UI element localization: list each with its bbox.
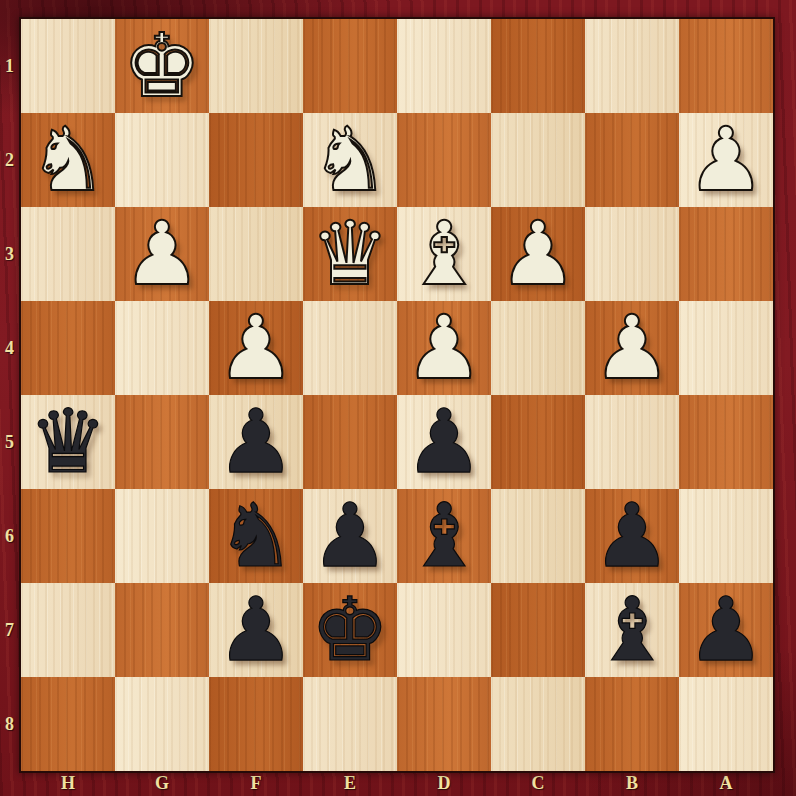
square-h1[interactable]: [21, 19, 115, 113]
square-a4[interactable]: [679, 301, 773, 395]
white-pawn-c3[interactable]: ♟: [491, 207, 585, 301]
square-f5[interactable]: ♟: [209, 395, 303, 489]
square-c1[interactable]: [491, 19, 585, 113]
black-bishop-b7[interactable]: ♝: [585, 583, 679, 677]
square-d3[interactable]: ♝: [397, 207, 491, 301]
square-d7[interactable]: [397, 583, 491, 677]
square-e7[interactable]: ♚: [303, 583, 397, 677]
square-e2[interactable]: ♞: [303, 113, 397, 207]
file-label-b: B: [626, 773, 638, 794]
rank-label-8: 8: [5, 714, 14, 735]
square-b4[interactable]: ♟: [585, 301, 679, 395]
square-b3[interactable]: [585, 207, 679, 301]
square-g6[interactable]: [115, 489, 209, 583]
square-a3[interactable]: [679, 207, 773, 301]
black-pawn-f5[interactable]: ♟: [209, 395, 303, 489]
square-g2[interactable]: [115, 113, 209, 207]
rank-label-4: 4: [5, 338, 14, 359]
square-c7[interactable]: [491, 583, 585, 677]
file-label-h: H: [61, 773, 75, 794]
square-f3[interactable]: [209, 207, 303, 301]
black-queen-h5[interactable]: ♛: [21, 395, 115, 489]
square-h7[interactable]: [21, 583, 115, 677]
square-f1[interactable]: [209, 19, 303, 113]
square-g1[interactable]: ♚: [115, 19, 209, 113]
rank-label-2: 2: [5, 150, 14, 171]
black-king-e7[interactable]: ♚: [303, 583, 397, 677]
white-queen-e3[interactable]: ♛: [303, 207, 397, 301]
rank-label-1: 1: [5, 56, 14, 77]
square-b6[interactable]: ♟: [585, 489, 679, 583]
square-a8[interactable]: [679, 677, 773, 771]
square-b5[interactable]: [585, 395, 679, 489]
square-e6[interactable]: ♟: [303, 489, 397, 583]
square-a5[interactable]: [679, 395, 773, 489]
square-e4[interactable]: [303, 301, 397, 395]
square-f6[interactable]: ♞: [209, 489, 303, 583]
square-b7[interactable]: ♝: [585, 583, 679, 677]
square-a1[interactable]: [679, 19, 773, 113]
square-c5[interactable]: [491, 395, 585, 489]
square-d2[interactable]: [397, 113, 491, 207]
square-h8[interactable]: [21, 677, 115, 771]
square-a7[interactable]: ♟: [679, 583, 773, 677]
rank-label-5: 5: [5, 432, 14, 453]
black-pawn-d5[interactable]: ♟: [397, 395, 491, 489]
square-f2[interactable]: [209, 113, 303, 207]
white-knight-h2[interactable]: ♞: [21, 113, 115, 207]
square-h5[interactable]: ♛: [21, 395, 115, 489]
rank-label-6: 6: [5, 526, 14, 547]
white-pawn-a2[interactable]: ♟: [679, 113, 773, 207]
file-label-d: D: [438, 773, 451, 794]
black-pawn-a7[interactable]: ♟: [679, 583, 773, 677]
square-d4[interactable]: ♟: [397, 301, 491, 395]
black-knight-f6[interactable]: ♞: [209, 489, 303, 583]
square-e8[interactable]: [303, 677, 397, 771]
file-label-a: A: [720, 773, 733, 794]
rank-label-7: 7: [5, 620, 14, 641]
rank-label-3: 3: [5, 244, 14, 265]
square-b8[interactable]: [585, 677, 679, 771]
square-h4[interactable]: [21, 301, 115, 395]
file-label-c: C: [532, 773, 545, 794]
square-f7[interactable]: ♟: [209, 583, 303, 677]
square-h2[interactable]: ♞: [21, 113, 115, 207]
square-d6[interactable]: ♝: [397, 489, 491, 583]
square-d8[interactable]: [397, 677, 491, 771]
square-a6[interactable]: [679, 489, 773, 583]
square-g8[interactable]: [115, 677, 209, 771]
black-pawn-f7[interactable]: ♟: [209, 583, 303, 677]
white-knight-e2[interactable]: ♞: [303, 113, 397, 207]
square-b1[interactable]: [585, 19, 679, 113]
square-c8[interactable]: [491, 677, 585, 771]
white-bishop-d3[interactable]: ♝: [397, 207, 491, 301]
square-f4[interactable]: ♟: [209, 301, 303, 395]
square-b2[interactable]: [585, 113, 679, 207]
rank-labels: 12345678: [0, 19, 19, 771]
square-f8[interactable]: [209, 677, 303, 771]
square-d5[interactable]: ♟: [397, 395, 491, 489]
chess-board: ♚♞♞♟♟♛♝♟♟♟♟♛♟♟♞♟♝♟♟♚♝♟: [19, 17, 775, 773]
white-pawn-d4[interactable]: ♟: [397, 301, 491, 395]
square-c6[interactable]: [491, 489, 585, 583]
square-e3[interactable]: ♛: [303, 207, 397, 301]
black-bishop-d6[interactable]: ♝: [397, 489, 491, 583]
white-pawn-f4[interactable]: ♟: [209, 301, 303, 395]
square-c4[interactable]: [491, 301, 585, 395]
square-g4[interactable]: [115, 301, 209, 395]
square-c3[interactable]: ♟: [491, 207, 585, 301]
square-g7[interactable]: [115, 583, 209, 677]
black-pawn-b6[interactable]: ♟: [585, 489, 679, 583]
square-e1[interactable]: [303, 19, 397, 113]
square-h3[interactable]: [21, 207, 115, 301]
white-king-g1[interactable]: ♚: [115, 19, 209, 113]
square-c2[interactable]: [491, 113, 585, 207]
file-labels: HGFEDCBA: [21, 771, 773, 796]
white-pawn-g3[interactable]: ♟: [115, 207, 209, 301]
file-label-e: E: [344, 773, 356, 794]
black-pawn-e6[interactable]: ♟: [303, 489, 397, 583]
square-g5[interactable]: [115, 395, 209, 489]
square-h6[interactable]: [21, 489, 115, 583]
square-a2[interactable]: ♟: [679, 113, 773, 207]
file-label-g: G: [155, 773, 169, 794]
white-pawn-b4[interactable]: ♟: [585, 301, 679, 395]
square-e5[interactable]: [303, 395, 397, 489]
square-g3[interactable]: ♟: [115, 207, 209, 301]
file-label-f: F: [251, 773, 262, 794]
square-d1[interactable]: [397, 19, 491, 113]
chessboard-frame: 12345678 HGFEDCBA ♚♞♞♟♟♛♝♟♟♟♟♛♟♟♞♟♝♟♟♚♝♟: [0, 0, 796, 796]
